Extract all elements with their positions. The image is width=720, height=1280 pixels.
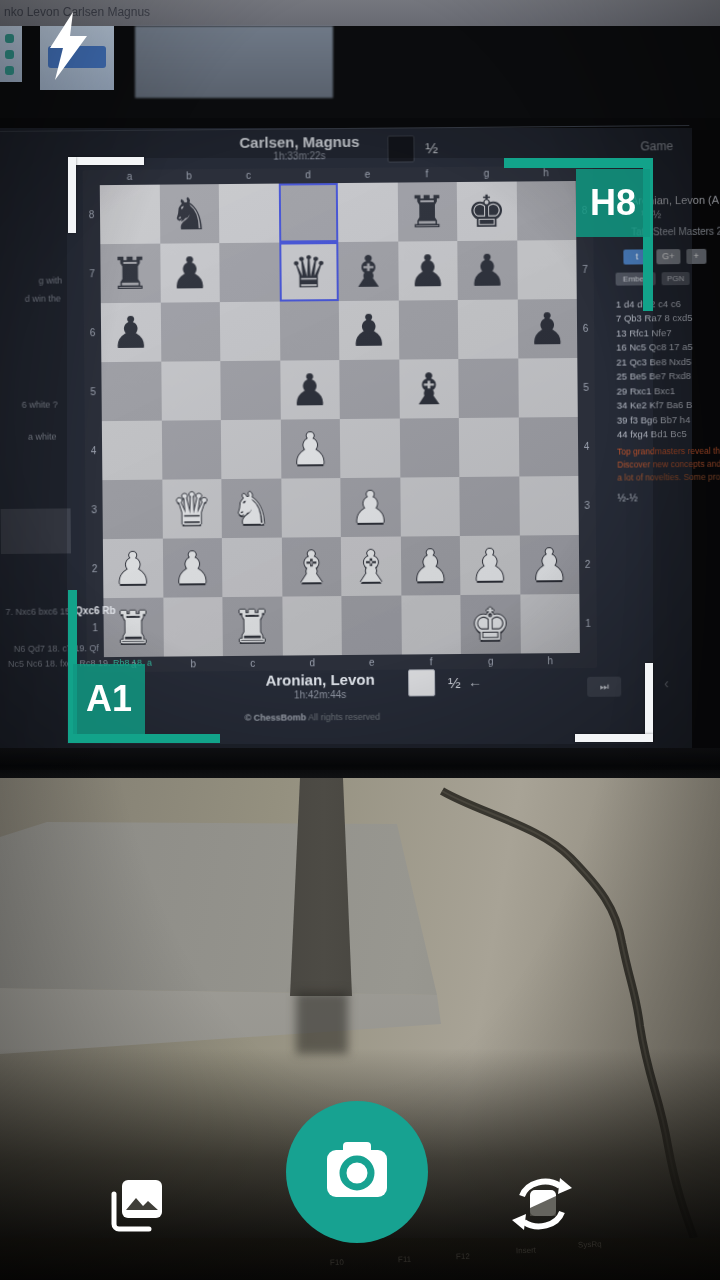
square-d2: ♝	[281, 537, 341, 597]
square-c2	[222, 538, 282, 598]
player-top-clock: 1h:33m:22s	[219, 150, 379, 162]
frame-corner-top-right	[504, 158, 653, 168]
square-f2: ♟	[400, 536, 460, 596]
square-b5	[161, 361, 221, 421]
frame-corner-bottom-right	[645, 663, 653, 742]
square-e7: ♝	[338, 242, 398, 302]
square-g3	[459, 476, 519, 536]
coord-label: h	[516, 167, 576, 181]
square-e3: ♟	[340, 478, 400, 538]
square-f5: ♝	[399, 359, 459, 419]
rank-labels-right: 87654321	[578, 181, 595, 653]
prev-button: ‹	[664, 675, 669, 691]
left-text-fragment: g with	[39, 275, 63, 285]
square-d3	[281, 478, 341, 538]
page-footer: © ChessBomb All rights reserved	[182, 711, 442, 723]
corner-label-a1: A1	[73, 664, 145, 734]
move-list-row: 16 Nc5 Qc8 17 a5	[616, 341, 720, 353]
square-g7: ♟	[457, 241, 517, 301]
coord-label: 4	[580, 417, 594, 476]
white-bishop-piece: ♝	[341, 537, 401, 597]
move-list-row: 1 d4 d5 2 c4 c6	[616, 298, 720, 310]
gallery-button[interactable]	[108, 1178, 164, 1234]
player-top-name: Carlsen, Magnus	[219, 133, 379, 151]
white-pawn-piece: ♟	[280, 419, 340, 479]
move-back-arrow-icon: ←	[468, 674, 482, 690]
square-h3	[519, 476, 579, 536]
move-list-row: 13 Rfc1 Nfe7	[616, 327, 720, 339]
camera-icon	[327, 1142, 387, 1197]
coord-label: g	[457, 168, 517, 182]
player-bottom-name: Aronian, Levon	[240, 671, 400, 689]
square-b3: ♛	[162, 479, 222, 539]
pgn-button: PGN	[662, 272, 690, 285]
move-list-row: 29 Rxc1 Bxc1	[617, 385, 720, 397]
black-rook-piece: ♜	[397, 182, 457, 242]
browser-title-strip: nko Levon Carlsen Magnus	[0, 0, 720, 26]
square-a3	[102, 480, 162, 540]
player-bottom-score: ½	[448, 674, 461, 691]
square-c1: ♜	[222, 597, 282, 657]
white-pawn-piece: ♟	[400, 536, 460, 596]
rank-labels-left: 87654321	[85, 185, 102, 657]
move-list-row: 39 f3 Bg6 Bb7 h4	[617, 414, 720, 426]
black-bishop-piece: ♝	[399, 359, 459, 419]
coord-label: a	[100, 171, 160, 185]
black-pawn-piece: ♟	[339, 301, 399, 361]
square-b8: ♞	[159, 184, 219, 244]
coord-label: b	[159, 170, 219, 184]
skip-to-end-button: ⏭	[587, 677, 621, 697]
player-bottom-color-swatch	[408, 669, 435, 696]
square-a7: ♜	[100, 244, 160, 304]
keyboard-edge: F10 F11 F12 Insert SysRq	[0, 1238, 720, 1280]
coord-label: c	[219, 170, 279, 184]
black-pawn-piece: ♟	[517, 299, 577, 359]
square-d7: ♛	[279, 242, 339, 302]
frame-corner-top-left	[70, 157, 144, 165]
square-h6: ♟	[517, 299, 577, 359]
square-h2: ♟	[519, 535, 579, 595]
gplus-share-button: G+	[656, 249, 680, 264]
square-g8: ♚	[457, 182, 517, 242]
square-h8	[516, 181, 576, 241]
square-g6	[458, 299, 518, 359]
square-c6	[220, 302, 280, 362]
camera-scanner-screen: nko Levon Carlsen Magnus Carlsen, Magnus…	[0, 0, 720, 1280]
square-a6: ♟	[101, 303, 161, 363]
square-b1	[163, 597, 223, 657]
coord-label: 8	[85, 185, 99, 244]
coord-label: d	[282, 657, 342, 671]
white-king-piece: ♚	[460, 594, 520, 654]
coord-label: 4	[87, 421, 101, 480]
black-king-piece: ♚	[457, 182, 517, 242]
key-label: SysRq	[578, 1240, 602, 1250]
ad-text-line: a lot of novelties. Some pro	[617, 472, 720, 483]
white-pawn-piece: ♟	[460, 535, 520, 595]
black-pawn-piece: ♟	[398, 241, 458, 301]
square-b6	[160, 302, 220, 362]
left-move-fragment: 7. Nxc6 bxc6 15. Qxc6 Rb	[5, 605, 115, 617]
square-g2: ♟	[460, 535, 520, 595]
coord-label: 5	[86, 362, 100, 421]
player-top-score: ½	[425, 139, 438, 156]
square-h4	[518, 417, 578, 477]
square-a8	[100, 185, 160, 245]
white-queen-piece: ♛	[162, 479, 222, 539]
square-h7	[517, 240, 577, 300]
key-label: F10	[330, 1258, 344, 1267]
square-c5	[220, 361, 280, 421]
coord-label: 6	[579, 299, 593, 358]
square-f8: ♜	[397, 182, 457, 242]
coord-label: 2	[581, 535, 595, 594]
square-e2: ♝	[341, 537, 401, 597]
white-pawn-piece: ♟	[340, 478, 400, 538]
coord-label: e	[338, 169, 398, 183]
window-icon	[5, 34, 14, 43]
coord-label: f	[401, 656, 461, 670]
square-f1	[401, 595, 461, 655]
frame-corner-bottom-left	[68, 734, 220, 743]
white-pawn-piece: ♟	[162, 538, 222, 598]
coord-label: d	[278, 169, 338, 183]
black-pawn-piece: ♟	[457, 241, 517, 301]
black-pawn-piece: ♟	[101, 303, 161, 363]
monitor-bezel	[0, 748, 720, 778]
square-f3	[400, 477, 460, 537]
file-labels-bottom: abcdefgh	[104, 655, 580, 672]
white-pawn-piece: ♟	[519, 535, 579, 595]
black-bishop-piece: ♝	[338, 242, 398, 302]
corner-label-h8: H8	[576, 169, 650, 237]
move-list-row: 34 Ke2 Kf7 Ba6 B	[617, 399, 720, 411]
coord-label: b	[163, 658, 223, 672]
coord-label: 5	[579, 358, 593, 417]
window-icon	[5, 50, 14, 59]
coord-label: e	[342, 657, 402, 671]
black-rook-piece: ♜	[100, 244, 160, 304]
square-e1	[341, 596, 401, 656]
black-queen-piece: ♛	[279, 242, 339, 302]
right-panel-header: Game	[640, 139, 673, 153]
white-bishop-piece: ♝	[281, 537, 341, 597]
square-b2: ♟	[162, 538, 222, 598]
coord-label: 3	[580, 476, 594, 535]
square-a5	[101, 362, 161, 422]
flip-camera-icon	[512, 1178, 572, 1230]
white-pawn-piece: ♟	[103, 539, 163, 599]
coord-label: 7	[85, 244, 99, 303]
square-c7	[219, 243, 279, 303]
square-c4	[221, 420, 281, 480]
square-e5	[339, 360, 399, 420]
square-e6: ♟	[339, 301, 399, 361]
square-c3: ♞	[221, 479, 281, 539]
left-text-fragment: 6 white ?	[22, 400, 58, 410]
ad-text-line: Top grandmasters reveal their	[617, 446, 720, 457]
key-label: Insert	[516, 1246, 536, 1256]
coord-label: 2	[88, 539, 102, 598]
square-b7: ♟	[160, 243, 220, 303]
square-d6	[279, 301, 339, 361]
square-d1	[282, 596, 342, 656]
background-window-dim	[135, 26, 333, 98]
coord-label: 1	[581, 594, 595, 653]
left-text-fragment: d win the	[25, 293, 61, 303]
key-label: F11	[398, 1255, 412, 1264]
move-list-row: 25 Be5 Be7 Rxd8	[616, 370, 720, 382]
player-bottom-clock: 1h:42m:44s	[240, 689, 400, 701]
shutter-button[interactable]	[286, 1101, 428, 1243]
move-list-row: 7 Qb3 Ra7 8 cxd5	[616, 312, 720, 324]
coord-label: 6	[86, 303, 100, 362]
move-list-row: 21 Qc3 Be8 Nxd5	[616, 356, 720, 368]
square-d5: ♟	[280, 360, 340, 420]
black-pawn-piece: ♟	[280, 360, 340, 420]
coord-label: f	[397, 168, 457, 182]
key-label: F12	[456, 1252, 470, 1261]
frame-corner-top-left	[68, 157, 76, 233]
left-panel-block	[1, 508, 71, 554]
left-move-highlight: Qxc6 Rb	[75, 605, 116, 616]
rights-text: All rights reserved	[308, 712, 380, 723]
square-g1: ♚	[460, 594, 520, 654]
square-d4: ♟	[280, 419, 340, 479]
white-knight-piece: ♞	[221, 479, 281, 539]
player-top-color-swatch	[387, 135, 414, 162]
final-result: ½-½	[617, 492, 637, 503]
share-button: +	[686, 249, 706, 264]
flip-camera-button[interactable]	[510, 1174, 574, 1234]
left-move-fragment: N6 Qd7 18. c7 19. Qf	[14, 643, 99, 654]
coord-label: c	[223, 658, 283, 672]
ad-text-line: Discover new concepts and win	[617, 459, 720, 470]
square-a2: ♟	[103, 539, 163, 599]
square-d8	[278, 183, 338, 243]
square-c8	[219, 184, 279, 244]
move-list-row: 44 fxg4 Bd1 Bc5	[617, 428, 720, 440]
square-f4	[399, 418, 459, 478]
chess-board: ♞♜♚♜♟♛♝♟♟♟♟♟♟♝♟♛♞♟♟♟♝♝♟♟♟♜♜♚	[100, 181, 580, 657]
left-move-text: 7. Nxc6 bxc6 15.	[5, 606, 72, 617]
window-icon	[5, 66, 14, 75]
square-g4	[459, 417, 519, 477]
photo-library-icon	[114, 1180, 162, 1229]
square-f7: ♟	[398, 241, 458, 301]
frame-corner-bottom-right	[575, 734, 653, 742]
square-b4	[161, 420, 221, 480]
square-f6	[398, 300, 458, 360]
square-e4	[340, 419, 400, 479]
square-e8	[338, 183, 398, 243]
coord-label: 3	[87, 480, 101, 539]
white-rook-piece: ♜	[222, 597, 282, 657]
black-knight-piece: ♞	[159, 184, 219, 244]
black-pawn-piece: ♟	[160, 243, 220, 303]
flash-on-icon	[46, 12, 92, 80]
coord-label: h	[520, 655, 580, 669]
background-window-left	[0, 26, 22, 82]
chess-board-frame: abcdefgh abcdefgh 87654321 87654321 ♞♜♚♜…	[83, 166, 597, 672]
square-h1	[520, 594, 580, 654]
coord-label: g	[461, 655, 521, 669]
chessbomb-brand: © ChessBomb	[245, 712, 307, 723]
coord-label: 7	[578, 240, 592, 299]
left-text-fragment: a white	[28, 432, 57, 442]
flash-toggle-button[interactable]	[46, 12, 92, 80]
square-h5	[518, 358, 578, 418]
square-a4	[102, 421, 162, 481]
square-g5	[458, 358, 518, 418]
